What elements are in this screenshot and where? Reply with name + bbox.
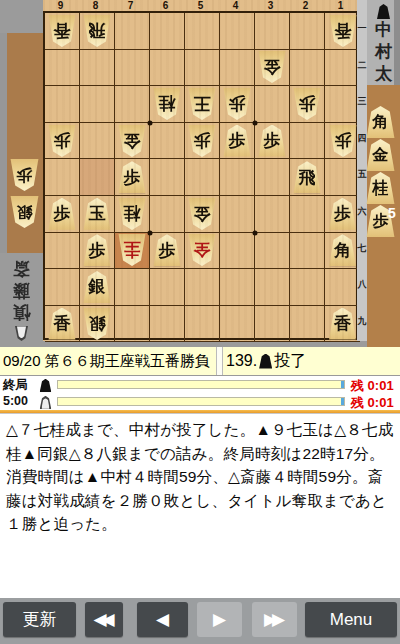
piece-sente-歩: 歩 xyxy=(329,198,357,230)
piece-gote-飛: 飛 xyxy=(83,15,111,47)
top-left-corner xyxy=(0,0,43,33)
square-1五 xyxy=(325,159,360,196)
square-2五: 飛 xyxy=(290,159,325,196)
back-icon: ◀ xyxy=(156,611,169,628)
square-6六 xyxy=(150,196,185,233)
square-4六 xyxy=(220,196,255,233)
current-move[interactable]: 139. 投了 xyxy=(226,347,306,375)
square-4七 xyxy=(220,233,255,270)
rank-label-九: 九 xyxy=(357,315,367,328)
square-8八: 銀 xyxy=(80,269,115,306)
sente-name-char: 村 xyxy=(375,41,392,63)
square-6八 xyxy=(150,269,185,306)
file-label-8: 8 xyxy=(78,0,113,11)
file-label-7: 7 xyxy=(113,0,148,11)
square-4一 xyxy=(220,13,255,50)
square-5六: 金 xyxy=(185,196,220,233)
square-1四: 歩 xyxy=(325,123,360,160)
square-9九: 香 xyxy=(45,306,80,343)
file-label-6: 6 xyxy=(148,0,183,11)
square-6二 xyxy=(150,50,185,87)
black-piece-icon xyxy=(40,379,52,393)
clock-panel: 終局 残 0:01 5:00 残 0:01 xyxy=(0,376,400,410)
piece-gote-金: 金 xyxy=(188,198,216,230)
piece-gote-金: 金 xyxy=(118,125,146,157)
square-1六: 歩 xyxy=(325,196,360,233)
rewind-to-start-button[interactable]: ◀◀ xyxy=(85,602,123,637)
bottom-toolbar: 更新 ◀◀ ◀ ▶ ▶▶ Menu xyxy=(0,598,400,644)
square-4四: 歩 xyxy=(220,123,255,160)
square-6一 xyxy=(150,13,185,50)
gote-time-cursor xyxy=(341,398,344,405)
rank-label-六: 六 xyxy=(357,205,367,218)
square-3三 xyxy=(255,86,290,123)
commentary-text[interactable]: △７七桂成まで、中村が投了した。▲９七玉は△８七成桂▲同銀△８八銀までの詰み。終… xyxy=(0,413,400,598)
sente-clock-label: 終局 xyxy=(3,377,28,394)
sente-time-bar xyxy=(57,380,345,389)
square-6三: 桂 xyxy=(150,86,185,123)
rank-label-七: 七 xyxy=(357,242,367,255)
file-label-2: 2 xyxy=(288,0,323,11)
piece-gote-香: 香 xyxy=(329,15,357,47)
piece-gote-圭: 圭 xyxy=(118,234,146,266)
board-area: 987654321 香飛香金桂王歩歩歩金歩歩歩歩歩飛歩玉桂金歩歩圭歩全角銀香銀香… xyxy=(0,0,400,347)
square-8三 xyxy=(80,86,115,123)
square-2四 xyxy=(290,123,325,160)
move-number: 139. xyxy=(226,352,257,370)
square-5二 xyxy=(185,50,220,87)
gote-clock-row: 5:00 残 0:01 xyxy=(0,393,400,410)
square-7二 xyxy=(115,50,150,87)
square-1三 xyxy=(325,86,360,123)
board-grid: 香飛香金桂王歩歩歩金歩歩歩歩歩飛歩玉桂金歩歩圭歩全角銀香銀香 xyxy=(43,11,358,340)
square-2三: 歩 xyxy=(290,86,325,123)
sente-time-cursor xyxy=(341,381,344,388)
piece-sente-香: 香 xyxy=(48,308,76,340)
file-label-4: 4 xyxy=(218,0,253,11)
sente-name-char: 中 xyxy=(375,19,392,41)
gote-clock-label: 5:00 xyxy=(3,394,28,408)
piece-gote-歩: 歩 xyxy=(223,88,251,120)
piece-gote-金: 金 xyxy=(258,51,286,83)
square-7九 xyxy=(115,306,150,343)
sente-name-char: 太 xyxy=(375,63,392,85)
square-5九 xyxy=(185,306,220,343)
square-2九 xyxy=(290,306,325,343)
square-4三: 歩 xyxy=(220,86,255,123)
piece-sente-歩: 歩 xyxy=(223,125,251,157)
square-1二 xyxy=(325,50,360,87)
square-7四: 金 xyxy=(115,123,150,160)
square-8九: 銀 xyxy=(80,306,115,343)
square-5七: 全 xyxy=(185,233,220,270)
piece-sente-歩: 歩 xyxy=(153,234,181,266)
piece-gote-歩: 歩 xyxy=(188,125,216,157)
square-6九 xyxy=(150,306,185,343)
left-scrollbar[interactable] xyxy=(0,33,7,253)
square-3六 xyxy=(255,196,290,233)
square-6四 xyxy=(150,123,185,160)
rank-label-三: 三 xyxy=(357,95,367,108)
square-5五 xyxy=(185,159,220,196)
right-scrollbar[interactable] xyxy=(394,0,400,85)
piece-gote-歩: 歩 xyxy=(293,88,321,120)
square-7一 xyxy=(115,13,150,50)
forward-icon: ▶ xyxy=(213,611,226,628)
square-8一: 飛 xyxy=(80,13,115,50)
square-5三: 王 xyxy=(185,86,220,123)
square-1八 xyxy=(325,269,360,306)
square-1一: 香 xyxy=(325,13,360,50)
menu-button[interactable]: Menu xyxy=(305,602,397,637)
file-labels: 987654321 xyxy=(43,0,358,11)
square-4五 xyxy=(220,159,255,196)
white-piece-icon xyxy=(15,326,28,341)
square-3一 xyxy=(255,13,290,50)
square-8六: 玉 xyxy=(80,196,115,233)
square-4九 xyxy=(220,306,255,343)
piece-sente-飛: 飛 xyxy=(293,161,321,193)
square-8四 xyxy=(80,123,115,160)
gote-time-bar xyxy=(57,397,345,406)
square-5四: 歩 xyxy=(185,123,220,160)
forward-to-end-button[interactable]: ▶▶ xyxy=(252,602,297,637)
sente-clock-row: 終局 残 0:01 xyxy=(0,376,400,393)
square-5一 xyxy=(185,13,220,50)
gote-player-panel: 斎藤慎 xyxy=(0,253,43,347)
update-button[interactable]: 更新 xyxy=(3,602,76,637)
rank-label-八: 八 xyxy=(357,278,367,291)
rank-labels: 一二三四五六七八九 xyxy=(357,0,367,341)
piece-gote-王: 王 xyxy=(188,88,216,120)
black-piece-icon xyxy=(259,354,272,369)
game-title: 09/20 第６６期王座戦五番勝負 xyxy=(0,347,218,375)
piece-gote-香: 香 xyxy=(48,15,76,47)
sente-hand-count: 5 xyxy=(388,205,396,221)
square-9三 xyxy=(45,86,80,123)
piece-sente-角: 角 xyxy=(329,234,357,266)
square-9六: 歩 xyxy=(45,196,80,233)
square-8七: 歩 xyxy=(80,233,115,270)
square-1七: 角 xyxy=(325,233,360,270)
piece-sente-歩: 歩 xyxy=(118,161,146,193)
piece-gote-桂: 桂 xyxy=(118,198,146,230)
piece-sente-玉: 玉 xyxy=(83,198,111,230)
piece-sente-歩: 歩 xyxy=(48,198,76,230)
square-7六: 桂 xyxy=(115,196,150,233)
piece-sente-歩: 歩 xyxy=(258,125,286,157)
square-2七 xyxy=(290,233,325,270)
square-6五 xyxy=(150,159,185,196)
square-3八 xyxy=(255,269,290,306)
square-3五 xyxy=(255,159,290,196)
square-7七: 圭 xyxy=(115,233,150,270)
square-3四: 歩 xyxy=(255,123,290,160)
square-3二: 金 xyxy=(255,50,290,87)
square-2一 xyxy=(290,13,325,50)
square-9二 xyxy=(45,50,80,87)
status-bar: 09/20 第６６期王座戦五番勝負 139. 投了 xyxy=(0,347,400,376)
square-8五 xyxy=(80,159,115,196)
board-plate: 987654321 香飛香金桂王歩歩歩金歩歩歩歩歩飛歩玉桂金歩歩圭歩全角銀香銀香 xyxy=(43,0,358,341)
piece-gote-歩: 歩 xyxy=(48,125,76,157)
piece-gote-桂: 桂 xyxy=(153,88,181,120)
status-divider xyxy=(216,347,223,375)
rewind-icon: ◀◀ xyxy=(93,611,114,628)
square-8二 xyxy=(80,50,115,87)
gote-name-char: 藤 xyxy=(13,279,30,301)
square-5八 xyxy=(185,269,220,306)
move-text: 投了 xyxy=(274,351,306,372)
square-7五: 歩 xyxy=(115,159,150,196)
gote-name-char: 斎 xyxy=(13,257,30,279)
rank-label-一: 一 xyxy=(357,22,367,35)
piece-gote-歩: 歩 xyxy=(329,125,357,157)
previous-move-button[interactable]: ◀ xyxy=(137,602,188,637)
square-1九: 香 xyxy=(325,306,360,343)
piece-sente-歩: 歩 xyxy=(83,234,111,266)
square-9五 xyxy=(45,159,80,196)
square-3九 xyxy=(255,306,290,343)
square-3七 xyxy=(255,233,290,270)
rank-label-二: 二 xyxy=(357,59,367,72)
square-2八 xyxy=(290,269,325,306)
rank-label-五: 五 xyxy=(357,168,367,181)
piece-sente-銀: 銀 xyxy=(83,271,111,303)
gote-name-char: 慎 xyxy=(13,301,30,323)
square-9七 xyxy=(45,233,80,270)
square-4八 xyxy=(220,269,255,306)
square-7八 xyxy=(115,269,150,306)
square-9八 xyxy=(45,269,80,306)
next-move-button[interactable]: ▶ xyxy=(197,602,242,637)
fast-forward-icon: ▶▶ xyxy=(264,611,285,628)
white-piece-icon xyxy=(40,396,52,410)
square-6七: 歩 xyxy=(150,233,185,270)
piece-gote-銀: 銀 xyxy=(83,308,111,340)
black-piece-icon xyxy=(377,4,390,19)
piece-sente-香: 香 xyxy=(329,308,357,340)
app-screen: 987654321 香飛香金桂王歩歩歩金歩歩歩歩歩飛歩玉桂金歩歩圭歩全角銀香銀香… xyxy=(0,0,400,644)
file-label-3: 3 xyxy=(253,0,288,11)
square-2六 xyxy=(290,196,325,233)
square-9四: 歩 xyxy=(45,123,80,160)
rank-label-四: 四 xyxy=(357,132,367,145)
file-label-1: 1 xyxy=(323,0,358,11)
square-2二 xyxy=(290,50,325,87)
square-4二 xyxy=(220,50,255,87)
file-label-5: 5 xyxy=(183,0,218,11)
square-7三 xyxy=(115,86,150,123)
square-9一: 香 xyxy=(45,13,80,50)
file-label-9: 9 xyxy=(43,0,78,11)
piece-gote-全: 全 xyxy=(188,234,216,266)
